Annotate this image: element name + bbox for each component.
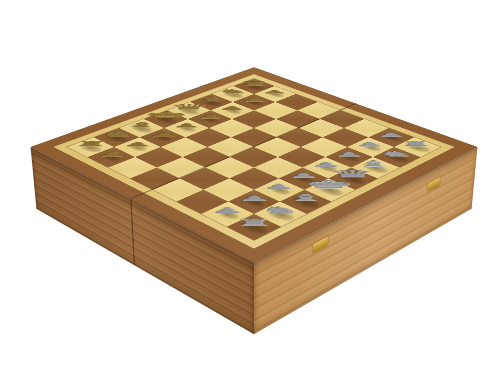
- chess-set-photo: ♜♟♟♜♞♟♟♞♝♟♟♝♛♟♟♛♚♟♟♚♝♟♟♝♞♟♟♞♜♟♟♜: [0, 0, 500, 367]
- fold-seam-side: [130, 199, 135, 266]
- gold-rook-glyph: ♜: [228, 81, 281, 86]
- brass-latch-upper: [428, 177, 441, 192]
- brass-latch-lower: [313, 236, 329, 253]
- gold-bishop-glyph: ♝: [184, 96, 239, 102]
- gold-knight-glyph: ♞: [206, 88, 260, 94]
- gold-bishop-glyph: ♝: [113, 121, 172, 128]
- gold-rook-glyph: ♜: [61, 140, 123, 147]
- chess-box-top: ♜♟♟♜♞♟♟♞♝♟♟♝♛♟♟♛♚♟♟♚♝♟♟♝♞♟♟♞♜♟♟♜: [31, 67, 478, 262]
- silver-pawn-glyph: ♟: [361, 132, 421, 138]
